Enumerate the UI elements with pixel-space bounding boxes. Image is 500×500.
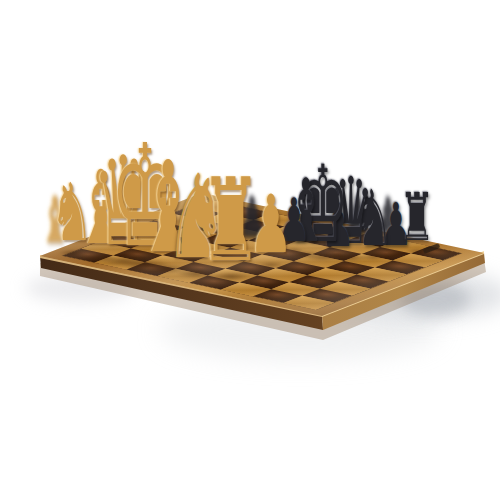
white-rook[interactable]: ♜ [200, 163, 262, 278]
black-rook[interactable]: ♜ [399, 185, 435, 251]
board-reflection-left [25, 274, 135, 302]
pieces-reflection [400, 282, 470, 316]
chess-set-photo: ♝♞♝♛♚♝♞♜♟♟♟♝♚♟♛♞♟♜♟♟ [0, 0, 500, 500]
